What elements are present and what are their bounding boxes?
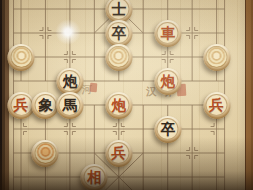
- piece-black-horse-r5c2[interactable]: 馬: [56, 92, 83, 119]
- piece-face: 卒: [108, 22, 130, 44]
- piece-glyph: 炮: [63, 74, 78, 89]
- piece-black-cannon-r4c2[interactable]: 炮: [56, 68, 83, 95]
- piece-black-soldier-r6c6[interactable]: 卒: [154, 116, 181, 143]
- piece-face: 卒: [157, 118, 179, 140]
- piece-black-elephant-r5c1[interactable]: 象: [32, 92, 59, 119]
- river-seal-left: [90, 83, 98, 92]
- hidden-piece-back: [206, 46, 228, 68]
- piece-black-soldier-r2c4[interactable]: 卒: [105, 20, 132, 47]
- piece-red-chariot-r2c6[interactable]: 車: [154, 20, 181, 47]
- piece-red-soldier-r7c4[interactable]: 兵: [105, 140, 132, 167]
- piece-glyph: 卒: [160, 122, 175, 137]
- piece-face: 兵: [10, 94, 32, 116]
- hidden-piece-back: [108, 46, 130, 68]
- piece-face: 馬: [59, 94, 81, 116]
- piece-face: 兵: [206, 94, 228, 116]
- piece-face: 炮: [59, 70, 81, 92]
- piece-glyph: 兵: [112, 146, 127, 161]
- hidden-piece-back: [34, 142, 56, 164]
- piece-glyph: 兵: [14, 98, 29, 113]
- piece-glyph: 車: [160, 26, 175, 41]
- piece-face: 兵: [108, 142, 130, 164]
- xiangqi-app-screen: 楚河 汉界 士卒車炮炮兵象馬炮兵卒兵相: [0, 0, 253, 190]
- piece-glyph: 相: [87, 170, 102, 185]
- piece-red-cannon-r4c6[interactable]: 炮: [154, 68, 181, 95]
- piece-face: 炮: [108, 94, 130, 116]
- piece-glyph: 兵: [209, 98, 224, 113]
- piece-red-hidden-r7c1[interactable]: [32, 140, 59, 167]
- piece-face: 相: [83, 166, 105, 188]
- piece-glyph: 炮: [112, 98, 127, 113]
- hidden-piece-back: [10, 46, 32, 68]
- piece-face: 炮: [157, 70, 179, 92]
- piece-glyph: 卒: [112, 26, 127, 41]
- highlight-glow: [55, 19, 81, 45]
- piece-red-soldier-r5c0[interactable]: 兵: [8, 92, 35, 119]
- piece-red-soldier-r5c8[interactable]: 兵: [203, 92, 230, 119]
- piece-glyph: 馬: [63, 98, 78, 113]
- piece-face: 車: [157, 22, 179, 44]
- piece-face: 象: [34, 94, 56, 116]
- piece-face: 士: [108, 0, 130, 20]
- piece-black-hidden-r3c4[interactable]: [105, 44, 132, 71]
- piece-black-hidden-r3c0[interactable]: [8, 44, 35, 71]
- piece-black-hidden-r3c8[interactable]: [203, 44, 230, 71]
- piece-red-cannon-r5c4[interactable]: 炮: [105, 92, 132, 119]
- piece-glyph: 象: [38, 98, 53, 113]
- piece-glyph: 炮: [160, 74, 175, 89]
- piece-red-elephant-r8c3[interactable]: 相: [81, 164, 108, 190]
- piece-glyph: 士: [112, 2, 127, 17]
